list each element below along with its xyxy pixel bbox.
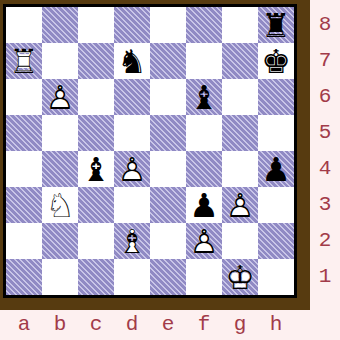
square-h7[interactable]: ♚: [258, 43, 294, 79]
page: { "game": "chess", "position": { "format…: [0, 0, 340, 340]
square-g7[interactable]: [222, 43, 258, 79]
piece-glyph: ♟: [258, 151, 294, 187]
square-h1[interactable]: [258, 259, 294, 295]
square-f6[interactable]: ♝: [186, 79, 222, 115]
piece-black-outline: ♙: [222, 187, 258, 223]
square-b8[interactable]: [42, 7, 78, 43]
square-e5[interactable]: [150, 115, 186, 151]
board-outline: ♜♜♖♞♚♟♙♝♝♟♙♟♞♘♟♟♙♝♗♟♙♚♔: [3, 4, 297, 298]
square-f5[interactable]: [186, 115, 222, 151]
file-label-e: e: [150, 309, 186, 340]
piece-black-outline: ♙: [42, 79, 78, 115]
square-e2[interactable]: [150, 223, 186, 259]
square-d6[interactable]: [114, 79, 150, 115]
square-a7[interactable]: ♜♖: [6, 43, 42, 79]
piece-black-outline: ♙: [186, 223, 222, 259]
square-f1[interactable]: [186, 259, 222, 295]
square-d2[interactable]: ♝♗: [114, 223, 150, 259]
file-label-h: h: [258, 309, 294, 340]
square-b5[interactable]: [42, 115, 78, 151]
square-b7[interactable]: [42, 43, 78, 79]
square-g3[interactable]: ♟♙: [222, 187, 258, 223]
square-a5[interactable]: [6, 115, 42, 151]
square-b2[interactable]: [42, 223, 78, 259]
rank-label-4: 4: [310, 151, 340, 187]
file-label-f: f: [186, 309, 222, 340]
piece-black-pawn[interactable]: ♟: [258, 151, 294, 187]
piece-glyph: ♝: [78, 151, 114, 187]
square-b6[interactable]: ♟♙: [42, 79, 78, 115]
square-d1[interactable]: [114, 259, 150, 295]
square-e6[interactable]: [150, 79, 186, 115]
square-h8[interactable]: ♜: [258, 7, 294, 43]
square-d5[interactable]: [114, 115, 150, 151]
square-h4[interactable]: ♟: [258, 151, 294, 187]
square-a4[interactable]: [6, 151, 42, 187]
square-e3[interactable]: [150, 187, 186, 223]
piece-glyph: ♚: [258, 43, 294, 79]
rank-label-7: 7: [310, 43, 340, 79]
square-d7[interactable]: ♞: [114, 43, 150, 79]
square-d4[interactable]: ♟♙: [114, 151, 150, 187]
piece-white-pawn[interactable]: ♟♙: [114, 151, 150, 187]
square-a1[interactable]: [6, 259, 42, 295]
square-g5[interactable]: [222, 115, 258, 151]
piece-white-pawn[interactable]: ♟♙: [222, 187, 258, 223]
piece-black-outline: ♘: [42, 187, 78, 223]
square-b1[interactable]: [42, 259, 78, 295]
square-c6[interactable]: [78, 79, 114, 115]
file-label-g: g: [222, 309, 258, 340]
piece-black-bishop[interactable]: ♝: [186, 79, 222, 115]
square-c3[interactable]: [78, 187, 114, 223]
rank-label-2: 2: [310, 223, 340, 259]
square-c5[interactable]: [78, 115, 114, 151]
square-c2[interactable]: [78, 223, 114, 259]
file-label-c: c: [78, 309, 114, 340]
piece-black-outline: ♔: [222, 259, 258, 295]
square-f8[interactable]: [186, 7, 222, 43]
chess-board: ♜♜♖♞♚♟♙♝♝♟♙♟♞♘♟♟♙♝♗♟♙♚♔: [6, 7, 294, 295]
square-d8[interactable]: [114, 7, 150, 43]
square-f3[interactable]: ♟: [186, 187, 222, 223]
square-a8[interactable]: [6, 7, 42, 43]
square-a6[interactable]: [6, 79, 42, 115]
piece-black-outline: ♗: [114, 223, 150, 259]
piece-white-pawn[interactable]: ♟♙: [186, 223, 222, 259]
piece-white-pawn[interactable]: ♟♙: [42, 79, 78, 115]
square-g2[interactable]: [222, 223, 258, 259]
piece-white-rook[interactable]: ♜♖: [6, 43, 42, 79]
rank-labels: 87654321: [310, 7, 340, 295]
file-label-b: b: [42, 309, 78, 340]
piece-white-knight[interactable]: ♞♘: [42, 187, 78, 223]
square-b4[interactable]: [42, 151, 78, 187]
square-h6[interactable]: [258, 79, 294, 115]
square-g8[interactable]: [222, 7, 258, 43]
square-a2[interactable]: [6, 223, 42, 259]
file-label-d: d: [114, 309, 150, 340]
board-frame: ♜♜♖♞♚♟♙♝♝♟♙♟♞♘♟♟♙♝♗♟♙♚♔: [0, 0, 310, 310]
square-c1[interactable]: [78, 259, 114, 295]
square-g1[interactable]: ♚♔: [222, 259, 258, 295]
square-e1[interactable]: [150, 259, 186, 295]
piece-black-knight[interactable]: ♞: [114, 43, 150, 79]
rank-label-3: 3: [310, 187, 340, 223]
square-c8[interactable]: [78, 7, 114, 43]
square-h2[interactable]: [258, 223, 294, 259]
square-g6[interactable]: [222, 79, 258, 115]
square-a3[interactable]: [6, 187, 42, 223]
square-h3[interactable]: [258, 187, 294, 223]
square-e8[interactable]: [150, 7, 186, 43]
piece-glyph: ♟: [186, 187, 222, 223]
piece-glyph: ♞: [114, 43, 150, 79]
piece-black-outline: ♖: [6, 43, 42, 79]
square-d3[interactable]: [114, 187, 150, 223]
piece-white-king[interactable]: ♚♔: [222, 259, 258, 295]
rank-label-5: 5: [310, 115, 340, 151]
square-g4[interactable]: [222, 151, 258, 187]
file-labels: abcdefgh: [6, 309, 294, 340]
piece-black-outline: ♙: [114, 151, 150, 187]
piece-black-king[interactable]: ♚: [258, 43, 294, 79]
piece-glyph: ♝: [186, 79, 222, 115]
square-f2[interactable]: ♟♙: [186, 223, 222, 259]
piece-black-pawn[interactable]: ♟: [186, 187, 222, 223]
piece-white-bishop[interactable]: ♝♗: [114, 223, 150, 259]
rank-label-8: 8: [310, 7, 340, 43]
square-b3[interactable]: ♞♘: [42, 187, 78, 223]
square-f4[interactable]: [186, 151, 222, 187]
piece-black-rook[interactable]: ♜: [258, 7, 294, 43]
square-e7[interactable]: [150, 43, 186, 79]
square-f7[interactable]: [186, 43, 222, 79]
rank-label-1: 1: [310, 259, 340, 295]
piece-black-bishop[interactable]: ♝: [78, 151, 114, 187]
square-c7[interactable]: [78, 43, 114, 79]
square-h5[interactable]: [258, 115, 294, 151]
piece-glyph: ♜: [258, 7, 294, 43]
file-label-a: a: [6, 309, 42, 340]
square-e4[interactable]: [150, 151, 186, 187]
square-c4[interactable]: ♝: [78, 151, 114, 187]
rank-label-6: 6: [310, 79, 340, 115]
